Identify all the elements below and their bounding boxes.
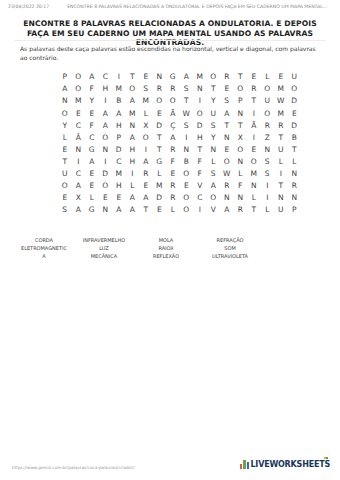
grid-cell-r9c14[interactable]: L	[234, 168, 248, 180]
grid-cell-r2c1[interactable]: A	[58, 83, 72, 95]
grid-cell-r2c7[interactable]: S	[139, 83, 153, 95]
grid-cell-r5c7[interactable]: X	[139, 119, 153, 131]
grid-cell-r6c9[interactable]: A	[166, 131, 180, 143]
grid-cell-r1c11[interactable]: M	[193, 71, 207, 83]
grid-cell-r8c2[interactable]: I	[72, 156, 86, 168]
word-list-entry: SOM	[198, 244, 262, 252]
grid-cell-r7c12[interactable]: N	[207, 144, 221, 156]
grid-cell-r1c2[interactable]: O	[72, 71, 86, 83]
grid-cell-r1c3[interactable]: A	[85, 71, 99, 83]
word-list-column-3: MOLARAIOXREFLEXÃO	[134, 236, 198, 260]
grid-cell-r9c15[interactable]: M	[247, 168, 261, 180]
grid-cell-r9c11[interactable]: F	[193, 168, 207, 180]
grid-cell-r2c6[interactable]: O	[126, 83, 140, 95]
grid-cell-r11c3[interactable]: L	[85, 192, 99, 204]
liveworksheets-logo[interactable]: LIVEWORKSHEETS	[240, 460, 330, 469]
grid-cell-r11c16[interactable]: I	[261, 192, 275, 204]
grid-cell-r6c13[interactable]: N	[220, 131, 234, 143]
grid-cell-r7c17[interactable]: U	[274, 144, 288, 156]
grid-cell-r6c5[interactable]: P	[112, 131, 126, 143]
grid-cell-r10c10[interactable]: E	[180, 180, 194, 192]
grid-cell-r2c11[interactable]: N	[193, 83, 207, 95]
grid-cell-r7c9[interactable]: R	[166, 144, 180, 156]
grid-cell-r9c8[interactable]: L	[153, 168, 167, 180]
grid-cell-r9c3[interactable]: E	[85, 168, 99, 180]
grid-cell-r5c15[interactable]: Ã	[247, 119, 261, 131]
grid-cell-r8c13[interactable]: O	[220, 156, 234, 168]
grid-cell-r11c12[interactable]: O	[207, 192, 221, 204]
grid-cell-r10c6[interactable]: L	[126, 180, 140, 192]
grid-cell-r7c1[interactable]: E	[58, 144, 72, 156]
grid-cell-r1c18[interactable]: U	[288, 71, 302, 83]
grid-cell-r5c18[interactable]: D	[288, 119, 302, 131]
grid-cell-r10c3[interactable]: E	[85, 180, 99, 192]
grid-cell-r4c9[interactable]: Ã	[166, 107, 180, 119]
grid-cell-r7c16[interactable]: N	[261, 144, 275, 156]
grid-cell-r3c15[interactable]: T	[247, 95, 261, 107]
grid-cell-r6c17[interactable]: T	[274, 131, 288, 143]
grid-cell-r9c6[interactable]: I	[126, 168, 140, 180]
grid-cell-r10c11[interactable]: V	[193, 180, 207, 192]
word-list-entry: MOLA	[134, 236, 198, 244]
grid-cell-r2c9[interactable]: R	[166, 83, 180, 95]
grid-cell-r7c10[interactable]: N	[180, 144, 194, 156]
grid-cell-r1c4[interactable]: C	[99, 71, 113, 83]
grid-cell-r3c14[interactable]: P	[234, 95, 248, 107]
grid-cell-r3c3[interactable]: Y	[85, 95, 99, 107]
grid-cell-r7c2[interactable]: N	[72, 144, 86, 156]
grid-cell-r1c14[interactable]: T	[234, 71, 248, 83]
grid-cell-r1c8[interactable]: N	[153, 71, 167, 83]
grid-cell-r4c10[interactable]: W	[180, 107, 194, 119]
grid-cell-r5c1[interactable]: Y	[58, 119, 72, 131]
grid-cell-r12c13[interactable]: A	[220, 204, 234, 216]
grid-cell-r9c1[interactable]: U	[58, 168, 72, 180]
grid-cell-r11c10[interactable]: O	[180, 192, 194, 204]
print-header: 23/04/2022 20:17 ENCONTRE 8 PALAVRAS REL…	[8, 4, 332, 10]
grid-cell-r10c12[interactable]: A	[207, 180, 221, 192]
grid-cell-r2c18[interactable]: O	[288, 83, 302, 95]
grid-cell-r11c14[interactable]: N	[234, 192, 248, 204]
grid-cell-r2c12[interactable]: T	[207, 83, 221, 95]
grid-cell-r6c8[interactable]: T	[153, 131, 167, 143]
grid-cell-r10c18[interactable]: R	[288, 180, 302, 192]
grid-cell-r2c15[interactable]: R	[247, 83, 261, 95]
grid-cell-r4c11[interactable]: O	[193, 107, 207, 119]
grid-cell-r5c16[interactable]: R	[261, 119, 275, 131]
grid-cell-r12c3[interactable]: G	[85, 204, 99, 216]
liveworksheets-logo-text: LIVEWORKSHEETS	[250, 460, 330, 469]
grid-cell-r9c18[interactable]: N	[288, 168, 302, 180]
grid-cell-r7c5[interactable]: D	[112, 144, 126, 156]
grid-cell-r1c13[interactable]: R	[220, 71, 234, 83]
grid-cell-r6c15[interactable]: I	[247, 131, 261, 143]
word-list-entry: REFRAÇÃO	[198, 236, 262, 244]
grid-cell-r10c5[interactable]: H	[112, 180, 126, 192]
grid-cell-r2c16[interactable]: O	[261, 83, 275, 95]
grid-cell-r3c2[interactable]: M	[72, 95, 86, 107]
grid-cell-r5c10[interactable]: S	[180, 119, 194, 131]
grid-cell-r7c11[interactable]: T	[193, 144, 207, 156]
grid-cell-r2c3[interactable]: F	[85, 83, 99, 95]
grid-cell-r3c18[interactable]: D	[288, 95, 302, 107]
grid-cell-r8c12[interactable]: L	[207, 156, 221, 168]
grid-cell-r12c7[interactable]: T	[139, 204, 153, 216]
grid-cell-r8c8[interactable]: G	[153, 156, 167, 168]
grid-cell-r12c5[interactable]: A	[112, 204, 126, 216]
grid-cell-r12c18[interactable]: P	[288, 204, 302, 216]
grid-cell-r11c4[interactable]: E	[99, 192, 113, 204]
grid-cell-r1c10[interactable]: A	[180, 71, 194, 83]
grid-cell-r11c6[interactable]: A	[126, 192, 140, 204]
grid-cell-r6c4[interactable]: O	[99, 131, 113, 143]
word-list-entry: MECÂNICA	[74, 252, 134, 260]
grid-cell-r4c6[interactable]: M	[126, 107, 140, 119]
grid-cell-r12c16[interactable]: L	[261, 204, 275, 216]
grid-cell-r9c17[interactable]: I	[274, 168, 288, 180]
grid-cell-r12c10[interactable]: O	[180, 204, 194, 216]
grid-cell-r5c2[interactable]: C	[72, 119, 86, 131]
grid-cell-r3c16[interactable]: U	[261, 95, 275, 107]
grid-cell-r10c15[interactable]: N	[247, 180, 261, 192]
grid-cell-r1c7[interactable]: E	[139, 71, 153, 83]
grid-cell-r1c15[interactable]: E	[247, 71, 261, 83]
grid-cell-r11c2[interactable]: X	[72, 192, 86, 204]
grid-cell-r6c3[interactable]: C	[85, 131, 99, 143]
grid-cell-r6c16[interactable]: Z	[261, 131, 275, 143]
word-list-entry: ELETROMAGNETIC	[14, 244, 74, 252]
word-list-entry: INFRAVERMELHO	[74, 236, 134, 244]
grid-cell-r5c8[interactable]: D	[153, 119, 167, 131]
grid-cell-r2c13[interactable]: E	[220, 83, 234, 95]
word-list-entry: CORDA	[14, 236, 74, 244]
grid-cell-r11c5[interactable]: E	[112, 192, 126, 204]
grid-cell-r10c13[interactable]: R	[220, 180, 234, 192]
grid-cell-r1c12[interactable]: O	[207, 71, 221, 83]
grid-cell-r5c5[interactable]: H	[112, 119, 126, 131]
grid-cell-r7c8[interactable]: T	[153, 144, 167, 156]
grid-cell-r8c15[interactable]: O	[247, 156, 261, 168]
grid-cell-r10c2[interactable]: A	[72, 180, 86, 192]
word-list: CORDAELETROMAGNETICAINFRAVERMELHOLUZMECÂ…	[14, 236, 262, 260]
grid-cell-r7c15[interactable]: E	[247, 144, 261, 156]
grid-cell-r12c15[interactable]: T	[247, 204, 261, 216]
grid-cell-r12c2[interactable]: A	[72, 204, 86, 216]
grid-cell-r3c11[interactable]: I	[193, 95, 207, 107]
grid-cell-r6c2[interactable]: Â	[72, 131, 86, 143]
grid-cell-r12c6[interactable]: A	[126, 204, 140, 216]
grid-cell-r5c6[interactable]: N	[126, 119, 140, 131]
grid-cell-r1c6[interactable]: T	[126, 71, 140, 83]
grid-cell-r12c17[interactable]: U	[274, 204, 288, 216]
grid-cell-r3c7[interactable]: M	[139, 95, 153, 107]
grid-cell-r3c17[interactable]: W	[274, 95, 288, 107]
grid-cell-r8c3[interactable]: A	[85, 156, 99, 168]
grid-cell-r11c8[interactable]: D	[153, 192, 167, 204]
grid-cell-r7c4[interactable]: N	[99, 144, 113, 156]
grid-cell-r6c12[interactable]: Y	[207, 131, 221, 143]
grid-cell-r12c9[interactable]: L	[166, 204, 180, 216]
grid-cell-r12c4[interactable]: N	[99, 204, 113, 216]
grid-cell-r7c3[interactable]: G	[85, 144, 99, 156]
word-list-entry: ULTRAVIOLETA	[198, 252, 262, 260]
grid-cell-r11c11[interactable]: C	[193, 192, 207, 204]
grid-cell-r9c16[interactable]: S	[261, 168, 275, 180]
grid-cell-r9c10[interactable]: O	[180, 168, 194, 180]
grid-cell-r2c8[interactable]: R	[153, 83, 167, 95]
grid-cell-r2c4[interactable]: H	[99, 83, 113, 95]
worksheet-page: 23/04/2022 20:17 ENCONTRE 8 PALAVRAS REL…	[0, 0, 340, 480]
grid-cell-r8c16[interactable]: S	[261, 156, 275, 168]
grid-cell-r4c4[interactable]: A	[99, 107, 113, 119]
grid-cell-r8c18[interactable]: L	[288, 156, 302, 168]
grid-cell-r6c1[interactable]: L	[58, 131, 72, 143]
grid-cell-r9c12[interactable]: S	[207, 168, 221, 180]
grid-cell-r8c4[interactable]: I	[99, 156, 113, 168]
grid-cell-r5c13[interactable]: T	[220, 119, 234, 131]
grid-cell-r11c17[interactable]: N	[274, 192, 288, 204]
grid-cell-r5c3[interactable]: F	[85, 119, 99, 131]
grid-cell-r4c15[interactable]: I	[247, 107, 261, 119]
grid-cell-r8c14[interactable]: N	[234, 156, 248, 168]
grid-cell-r9c2[interactable]: C	[72, 168, 86, 180]
grid-cell-r4c17[interactable]: M	[274, 107, 288, 119]
grid-cell-r4c18[interactable]: E	[288, 107, 302, 119]
grid-cell-r1c9[interactable]: G	[166, 71, 180, 83]
grid-cell-r4c12[interactable]: U	[207, 107, 221, 119]
source-url: https://www.geniol.com.br/palavras/caca-…	[12, 465, 134, 470]
grid-cell-r4c16[interactable]: O	[261, 107, 275, 119]
grid-cell-r5c12[interactable]: S	[207, 119, 221, 131]
grid-cell-r11c18[interactable]: N	[288, 192, 302, 204]
grid-cell-r10c17[interactable]: T	[274, 180, 288, 192]
grid-cell-r6c10[interactable]: I	[180, 131, 194, 143]
grid-cell-r12c12[interactable]: V	[207, 204, 221, 216]
grid-cell-r8c9[interactable]: F	[166, 156, 180, 168]
grid-cell-r7c13[interactable]: E	[220, 144, 234, 156]
grid-cell-r8c7[interactable]: A	[139, 156, 153, 168]
grid-cell-r10c7[interactable]: E	[139, 180, 153, 192]
grid-cell-r5c17[interactable]: R	[274, 119, 288, 131]
grid-cell-r5c4[interactable]: A	[99, 119, 113, 131]
grid-cell-r12c11[interactable]: I	[193, 204, 207, 216]
print-document-title: ENCONTRE 8 PALAVRAS RELACIONADAS A ONDUL…	[67, 4, 332, 10]
grid-cell-r8c11[interactable]: F	[193, 156, 207, 168]
liveworksheets-bars-icon	[240, 460, 249, 469]
grid-cell-r8c5[interactable]: C	[112, 156, 126, 168]
grid-cell-r10c9[interactable]: R	[166, 180, 180, 192]
grid-cell-r2c17[interactable]: M	[274, 83, 288, 95]
grid-cell-r10c16[interactable]: I	[261, 180, 275, 192]
grid-cell-r12c8[interactable]: E	[153, 204, 167, 216]
grid-cell-r12c14[interactable]: R	[234, 204, 248, 216]
grid-cell-r10c4[interactable]: O	[99, 180, 113, 192]
word-list-column-2: INFRAVERMELHOLUZMECÂNICA	[74, 236, 134, 260]
grid-cell-r12c1[interactable]: S	[58, 204, 72, 216]
grid-cell-r2c14[interactable]: O	[234, 83, 248, 95]
grid-cell-r2c10[interactable]: S	[180, 83, 194, 95]
grid-cell-r9c5[interactable]: M	[112, 168, 126, 180]
grid-cell-r11c13[interactable]: N	[220, 192, 234, 204]
grid-cell-r4c1[interactable]: O	[58, 107, 72, 119]
grid-cell-r4c7[interactable]: L	[139, 107, 153, 119]
word-search-grid: POACITENGAMORTELEUAOFHMOSRRSNTEOROMONMYI…	[58, 71, 301, 216]
print-timestamp: 23/04/2022 20:17	[8, 4, 49, 10]
grid-cell-r3c9[interactable]: O	[166, 95, 180, 107]
grid-cell-r1c5[interactable]: I	[112, 71, 126, 83]
grid-cell-r7c7[interactable]: I	[139, 144, 153, 156]
grid-cell-r2c2[interactable]: O	[72, 83, 86, 95]
grid-cell-r6c11[interactable]: H	[193, 131, 207, 143]
grid-cell-r9c4[interactable]: D	[99, 168, 113, 180]
grid-cell-r3c6[interactable]: A	[126, 95, 140, 107]
grid-cell-r10c8[interactable]: M	[153, 180, 167, 192]
word-list-column-4: REFRAÇÃOSOMULTRAVIOLETA	[198, 236, 262, 260]
word-list-entry: A	[14, 252, 74, 260]
grid-cell-r9c13[interactable]: W	[220, 168, 234, 180]
grid-cell-r6c18[interactable]: B	[288, 131, 302, 143]
grid-cell-r11c1[interactable]: E	[58, 192, 72, 204]
title-divider	[14, 40, 326, 41]
grid-cell-r4c13[interactable]: A	[220, 107, 234, 119]
grid-cell-r4c5[interactable]: A	[112, 107, 126, 119]
word-list-column-1: CORDAELETROMAGNETICA	[14, 236, 74, 260]
grid-cell-r7c6[interactable]: H	[126, 144, 140, 156]
grid-cell-r4c3[interactable]: E	[85, 107, 99, 119]
grid-cell-r5c11[interactable]: D	[193, 119, 207, 131]
grid-cell-r7c14[interactable]: O	[234, 144, 248, 156]
grid-cell-r8c6[interactable]: H	[126, 156, 140, 168]
grid-cell-r7c18[interactable]: T	[288, 144, 302, 156]
grid-cell-r1c16[interactable]: L	[261, 71, 275, 83]
grid-cell-r8c1[interactable]: T	[58, 156, 72, 168]
grid-cell-r1c1[interactable]: P	[58, 71, 72, 83]
grid-cell-r3c8[interactable]: O	[153, 95, 167, 107]
grid-cell-r3c5[interactable]: B	[112, 95, 126, 107]
grid-cell-r10c14[interactable]: F	[234, 180, 248, 192]
liveworksheets-logo-accent-dots	[324, 457, 328, 459]
grid-cell-r8c10[interactable]: B	[180, 156, 194, 168]
grid-cell-r4c8[interactable]: E	[153, 107, 167, 119]
grid-cell-r3c1[interactable]: N	[58, 95, 72, 107]
grid-cell-r10c1[interactable]: O	[58, 180, 72, 192]
grid-cell-r11c15[interactable]: L	[247, 192, 261, 204]
grid-cell-r11c7[interactable]: A	[139, 192, 153, 204]
grid-cell-r4c2[interactable]: E	[72, 107, 86, 119]
grid-cell-r6c14[interactable]: X	[234, 131, 248, 143]
grid-cell-r3c12[interactable]: Y	[207, 95, 221, 107]
word-list-entry: REFLEXÃO	[134, 252, 198, 260]
grid-cell-r3c13[interactable]: S	[220, 95, 234, 107]
word-list-entry: RAIOX	[134, 244, 198, 252]
grid-cell-r2c5[interactable]: M	[112, 83, 126, 95]
grid-cell-r3c4[interactable]: I	[99, 95, 113, 107]
grid-cell-r5c9[interactable]: Ç	[166, 119, 180, 131]
grid-cell-r5c14[interactable]: T	[234, 119, 248, 131]
grid-cell-r8c17[interactable]: L	[274, 156, 288, 168]
grid-cell-r3c10[interactable]: T	[180, 95, 194, 107]
grid-cell-r6c6[interactable]: A	[126, 131, 140, 143]
grid-cell-r9c7[interactable]: R	[139, 168, 153, 180]
grid-cell-r1c17[interactable]: E	[274, 71, 288, 83]
word-list-entry: LUZ	[74, 244, 134, 252]
grid-cell-r6c7[interactable]: O	[139, 131, 153, 143]
grid-cell-r11c9[interactable]: R	[166, 192, 180, 204]
grid-cell-r4c14[interactable]: N	[234, 107, 248, 119]
grid-cell-r9c9[interactable]: E	[166, 168, 180, 180]
worksheet-instructions: As palavras deste caça palavras estão es…	[20, 44, 324, 62]
